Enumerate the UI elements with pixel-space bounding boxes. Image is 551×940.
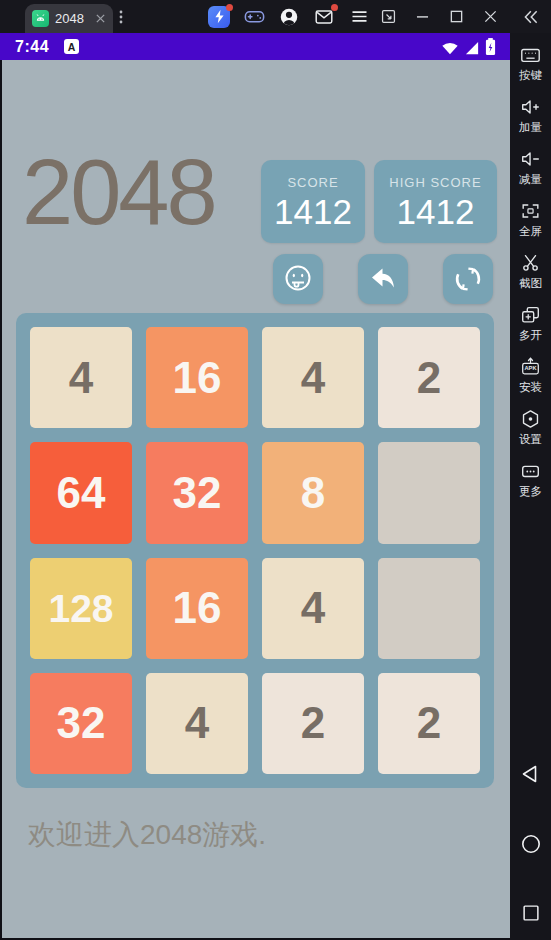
sidebar-tools: 按键 加量 减量 全屏 (519, 44, 542, 499)
menu-icon[interactable] (347, 5, 371, 29)
game-title: 2048 (22, 146, 215, 238)
keyboard-icon (519, 44, 542, 66)
booster-app-icon[interactable] (207, 5, 231, 29)
sidebar-item-screenshot[interactable]: 截图 (519, 252, 542, 291)
sidebar-item-fullscreen[interactable]: 全屏 (519, 200, 542, 239)
tile-4: 4 (262, 327, 364, 428)
minimize-icon[interactable] (411, 6, 433, 28)
notification-dot (226, 4, 233, 11)
gamepad-icon[interactable] (242, 5, 266, 29)
tile-8: 8 (262, 442, 364, 543)
home-icon[interactable] (519, 832, 543, 856)
sidebar-item-install-apk[interactable]: APK 安装 (519, 356, 542, 395)
mail-icon[interactable] (312, 5, 336, 29)
emulator-window: 2048 (0, 0, 551, 940)
close-icon[interactable] (479, 6, 501, 28)
tile-64: 64 (30, 442, 132, 543)
score-box: SCORE 1412 (261, 160, 365, 243)
android-statusbar: 7:44 A (0, 33, 510, 60)
back-icon[interactable] (519, 762, 543, 786)
svg-text:APK: APK (525, 365, 538, 371)
empty-cell (378, 442, 480, 543)
emoji-button[interactable] (273, 254, 323, 304)
welcome-message: 欢迎进入2048游戏. (28, 816, 266, 854)
high-score-label: HIGH SCORE (374, 175, 497, 190)
volume-down-icon (519, 148, 542, 170)
app-tab[interactable]: 2048 (25, 4, 113, 33)
android-nav-buttons (519, 762, 543, 924)
empty-cell (378, 558, 480, 659)
tile-16: 16 (146, 558, 248, 659)
game-board[interactable]: 416426432812816432422 (16, 313, 494, 788)
tile-16: 16 (146, 327, 248, 428)
popup-window-icon[interactable] (377, 6, 399, 28)
tile-4: 4 (262, 558, 364, 659)
app-notification-badge: A (64, 39, 79, 54)
settings-icon (519, 408, 542, 430)
sidebar-item-volume-down[interactable]: 减量 (519, 148, 542, 187)
clock: 7:44 (15, 38, 49, 56)
tile-2: 2 (378, 327, 480, 428)
tab-menu-icon[interactable] (114, 0, 128, 33)
undo-button[interactable] (358, 254, 408, 304)
tile-2: 2 (378, 673, 480, 774)
sidebar-item-multi-instance[interactable]: 多开 (519, 304, 542, 343)
volume-up-icon (519, 96, 542, 118)
score-value: 1412 (261, 192, 365, 232)
tile-32: 32 (30, 673, 132, 774)
tile-4: 4 (30, 327, 132, 428)
score-label: SCORE (261, 175, 365, 190)
more-icon (519, 460, 542, 482)
fullscreen-icon (519, 200, 542, 222)
notification-dot (331, 4, 338, 11)
high-score-value: 1412 (374, 192, 497, 232)
android-app-icon (32, 10, 49, 27)
tile-4: 4 (146, 673, 248, 774)
recents-icon[interactable] (520, 902, 542, 924)
sidebar-item-more[interactable]: 更多 (519, 460, 542, 499)
maximize-icon[interactable] (445, 6, 467, 28)
sidebar-item-keymapping[interactable]: 按键 (519, 44, 542, 83)
tile-128: 128 (30, 558, 132, 659)
restart-button[interactable] (443, 254, 493, 304)
tile-32: 32 (146, 442, 248, 543)
window-controls (377, 0, 501, 33)
account-icon[interactable] (277, 5, 301, 29)
statusbar-icons (440, 37, 496, 56)
screenshot-icon (519, 252, 542, 274)
tile-2: 2 (262, 673, 364, 774)
sidebar-item-settings[interactable]: 设置 (519, 408, 542, 447)
sidebar-item-volume-up[interactable]: 加量 (519, 96, 542, 135)
window-titlebar: 2048 (0, 0, 551, 33)
titlebar-app-icons (207, 0, 371, 33)
signal-icon (465, 41, 480, 56)
game-screen: 2048 SCORE 1412 HIGH SCORE 1412 41642643… (2, 60, 510, 938)
tab-close-icon[interactable] (95, 13, 106, 24)
install-apk-icon: APK (519, 356, 542, 378)
wifi-icon (440, 40, 460, 56)
tab-title: 2048 (55, 11, 84, 26)
battery-charging-icon (485, 37, 496, 56)
collapse-sidebar-icon[interactable] (520, 0, 540, 33)
high-score-box: HIGH SCORE 1412 (374, 160, 497, 243)
emulator-sidebar: 按键 加量 减量 全屏 (510, 33, 551, 940)
multi-instance-icon (519, 304, 542, 326)
